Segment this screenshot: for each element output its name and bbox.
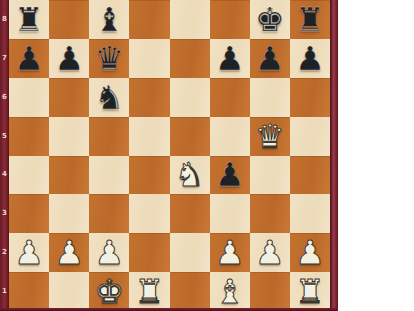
square-f8[interactable] bbox=[210, 0, 250, 39]
rank-label-7: 7 bbox=[0, 39, 9, 78]
square-d8[interactable] bbox=[129, 0, 169, 39]
square-a4[interactable] bbox=[9, 156, 49, 195]
square-c3[interactable] bbox=[89, 194, 129, 233]
rank-label-5: 5 bbox=[0, 117, 9, 156]
square-b7[interactable]: ♟ bbox=[49, 39, 89, 78]
square-e1[interactable] bbox=[170, 272, 210, 311]
square-e6[interactable] bbox=[170, 78, 210, 117]
square-g5[interactable]: ♛ bbox=[250, 117, 290, 156]
rank-label-6: 6 bbox=[0, 78, 9, 117]
square-a3[interactable] bbox=[9, 194, 49, 233]
square-h3[interactable] bbox=[290, 194, 330, 233]
square-g8[interactable]: ♚ bbox=[250, 0, 290, 39]
rank-labels-column: 87654321 bbox=[0, 0, 9, 311]
square-f4[interactable]: ♟ bbox=[210, 156, 250, 195]
piece-white-knight[interactable]: ♞ bbox=[175, 158, 205, 191]
square-e8[interactable] bbox=[170, 0, 210, 39]
square-h6[interactable] bbox=[290, 78, 330, 117]
piece-white-pawn[interactable]: ♟ bbox=[295, 236, 325, 269]
square-b5[interactable] bbox=[49, 117, 89, 156]
board-frame-right bbox=[330, 0, 338, 311]
square-d1[interactable]: ♜ bbox=[129, 272, 169, 311]
square-f1[interactable]: ♝ bbox=[210, 272, 250, 311]
square-d7[interactable] bbox=[129, 39, 169, 78]
square-h2[interactable]: ♟ bbox=[290, 233, 330, 272]
square-f2[interactable]: ♟ bbox=[210, 233, 250, 272]
square-b6[interactable] bbox=[49, 78, 89, 117]
piece-white-pawn[interactable]: ♟ bbox=[14, 236, 44, 269]
square-a2[interactable]: ♟ bbox=[9, 233, 49, 272]
square-a6[interactable] bbox=[9, 78, 49, 117]
square-h4[interactable] bbox=[290, 156, 330, 195]
square-d3[interactable] bbox=[129, 194, 169, 233]
square-c5[interactable] bbox=[89, 117, 129, 156]
square-c4[interactable] bbox=[89, 156, 129, 195]
piece-white-king[interactable]: ♚ bbox=[95, 275, 125, 308]
rank-label-3: 3 bbox=[0, 194, 9, 233]
rank-label-1: 1 bbox=[0, 272, 9, 311]
square-g7[interactable]: ♟ bbox=[250, 39, 290, 78]
square-e5[interactable] bbox=[170, 117, 210, 156]
square-c1[interactable]: ♚ bbox=[89, 272, 129, 311]
square-g2[interactable]: ♟ bbox=[250, 233, 290, 272]
piece-white-pawn[interactable]: ♟ bbox=[95, 236, 125, 269]
piece-black-king[interactable]: ♚ bbox=[255, 3, 285, 36]
square-g4[interactable] bbox=[250, 156, 290, 195]
square-c6[interactable]: ♞ bbox=[89, 78, 129, 117]
piece-white-bishop[interactable]: ♝ bbox=[215, 275, 245, 308]
piece-black-pawn[interactable]: ♟ bbox=[215, 158, 245, 191]
piece-white-pawn[interactable]: ♟ bbox=[54, 236, 84, 269]
square-c8[interactable]: ♝ bbox=[89, 0, 129, 39]
piece-black-queen[interactable]: ♛ bbox=[95, 42, 125, 75]
rank-label-8: 8 bbox=[0, 0, 9, 39]
rank-label-2: 2 bbox=[0, 233, 9, 272]
square-d6[interactable] bbox=[129, 78, 169, 117]
square-f5[interactable] bbox=[210, 117, 250, 156]
piece-black-rook[interactable]: ♜ bbox=[14, 3, 44, 36]
square-b1[interactable] bbox=[49, 272, 89, 311]
piece-black-pawn[interactable]: ♟ bbox=[14, 42, 44, 75]
square-c7[interactable]: ♛ bbox=[89, 39, 129, 78]
piece-black-pawn[interactable]: ♟ bbox=[255, 42, 285, 75]
square-a5[interactable] bbox=[9, 117, 49, 156]
square-c2[interactable]: ♟ bbox=[89, 233, 129, 272]
piece-black-bishop[interactable]: ♝ bbox=[95, 3, 125, 36]
square-e3[interactable] bbox=[170, 194, 210, 233]
square-e2[interactable] bbox=[170, 233, 210, 272]
piece-black-pawn[interactable]: ♟ bbox=[54, 42, 84, 75]
square-d5[interactable] bbox=[129, 117, 169, 156]
piece-white-rook[interactable]: ♜ bbox=[135, 275, 165, 308]
page-background: 87654321 ♜♝♚♜♟♟♛♟♟♟♞♛♞♟♟♟♟♟♟♟♚♜♝♜ bbox=[0, 0, 414, 311]
square-h7[interactable]: ♟ bbox=[290, 39, 330, 78]
rank-label-4: 4 bbox=[0, 156, 9, 195]
square-h1[interactable]: ♜ bbox=[290, 272, 330, 311]
piece-white-pawn[interactable]: ♟ bbox=[255, 236, 285, 269]
square-h8[interactable]: ♜ bbox=[290, 0, 330, 39]
square-g6[interactable] bbox=[250, 78, 290, 117]
square-b3[interactable] bbox=[49, 194, 89, 233]
square-h5[interactable] bbox=[290, 117, 330, 156]
square-b8[interactable] bbox=[49, 0, 89, 39]
square-e7[interactable] bbox=[170, 39, 210, 78]
square-a8[interactable]: ♜ bbox=[9, 0, 49, 39]
square-a1[interactable] bbox=[9, 272, 49, 311]
piece-white-pawn[interactable]: ♟ bbox=[215, 236, 245, 269]
square-a7[interactable]: ♟ bbox=[9, 39, 49, 78]
piece-black-pawn[interactable]: ♟ bbox=[215, 42, 245, 75]
piece-black-pawn[interactable]: ♟ bbox=[295, 42, 325, 75]
square-f7[interactable]: ♟ bbox=[210, 39, 250, 78]
piece-white-rook[interactable]: ♜ bbox=[295, 275, 325, 308]
square-b2[interactable]: ♟ bbox=[49, 233, 89, 272]
square-f3[interactable] bbox=[210, 194, 250, 233]
square-g1[interactable] bbox=[250, 272, 290, 311]
piece-white-queen[interactable]: ♛ bbox=[255, 120, 285, 153]
square-e4[interactable]: ♞ bbox=[170, 156, 210, 195]
piece-black-knight[interactable]: ♞ bbox=[95, 81, 125, 114]
chess-board[interactable]: ♜♝♚♜♟♟♛♟♟♟♞♛♞♟♟♟♟♟♟♟♚♜♝♜ bbox=[9, 0, 330, 311]
square-d4[interactable] bbox=[129, 156, 169, 195]
square-b4[interactable] bbox=[49, 156, 89, 195]
square-g3[interactable] bbox=[250, 194, 290, 233]
square-d2[interactable] bbox=[129, 233, 169, 272]
piece-black-rook[interactable]: ♜ bbox=[295, 3, 325, 36]
square-f6[interactable] bbox=[210, 78, 250, 117]
